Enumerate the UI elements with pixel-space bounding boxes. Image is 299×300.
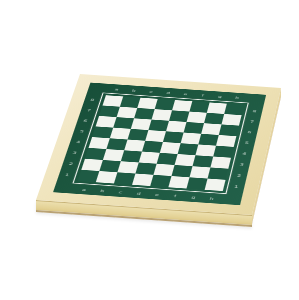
coord-label-file-g-bottom: g [191, 195, 195, 199]
coord-label-rank-5-right: 5 [245, 141, 249, 144]
coord-label-file-e-top: e [184, 92, 188, 95]
coord-label-file-b-bottom: b [100, 189, 104, 193]
coord-label-file-f-top: f [202, 93, 205, 96]
coord-label-file-f-bottom: f [174, 194, 177, 197]
board-top-face-wood-frame: aabbccddeeffgghh8877665544332211 [36, 74, 281, 215]
coord-label-file-h-bottom: h [210, 196, 214, 200]
coord-label-rank-6-right: 6 [248, 130, 252, 133]
coord-label-file-c-top: c [149, 90, 153, 93]
coord-label-rank-3-left: 3 [72, 151, 76, 154]
coord-label-file-a-top: a [115, 87, 119, 90]
square-h1 [205, 179, 226, 191]
coord-label-rank-8-right: 8 [253, 109, 257, 112]
coord-label-rank-1-right: 1 [234, 184, 238, 188]
board-green-border: aabbccddeeffgghh8877665544332211 [53, 83, 266, 206]
coord-label-rank-4-left: 4 [76, 140, 80, 143]
coord-label-rank-5-left: 5 [80, 129, 84, 132]
coord-label-rank-2-right: 2 [237, 173, 241, 177]
coord-label-file-a-bottom: a [82, 187, 86, 191]
photo-background: aabbccddeeffgghh8877665544332211 [0, 0, 299, 300]
coord-label-rank-6-left: 6 [83, 119, 87, 122]
coord-label-rank-8-left: 8 [90, 98, 94, 101]
coord-label-file-b-top: b [132, 89, 136, 92]
coord-label-file-g-top: g [218, 95, 222, 98]
coord-label-file-c-bottom: c [119, 190, 123, 194]
coord-label-file-e-bottom: e [155, 193, 159, 197]
coord-label-file-d-top: d [166, 91, 170, 94]
coord-label-rank-2-left: 2 [69, 162, 73, 165]
coord-label-rank-7-right: 7 [250, 120, 254, 123]
coord-label-rank-7-left: 7 [87, 108, 91, 111]
chessboard: aabbccddeeffgghh8877665544332211 [0, 0, 299, 300]
coord-label-rank-3-right: 3 [240, 162, 244, 165]
coord-label-file-d-bottom: d [137, 191, 141, 195]
squares-grid [78, 95, 244, 191]
coord-label-rank-4-right: 4 [242, 151, 246, 154]
coord-label-file-h-top: h [235, 96, 239, 99]
coord-label-rank-1-left: 1 [65, 173, 69, 177]
